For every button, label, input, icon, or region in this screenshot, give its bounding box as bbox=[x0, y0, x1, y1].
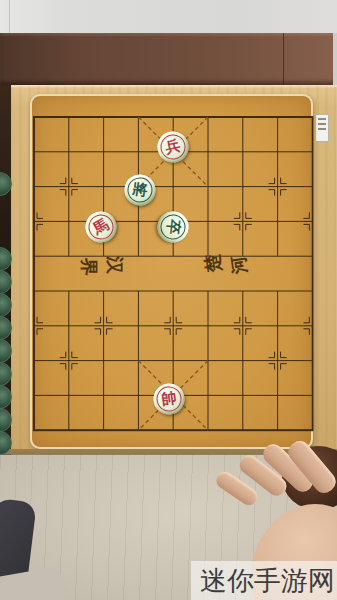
watermark: 迷你手游网 bbox=[191, 561, 337, 600]
shelf-seam bbox=[283, 33, 284, 85]
river-text-hanjie: 汉界 bbox=[79, 252, 125, 279]
board-label-sticker bbox=[315, 114, 329, 142]
river-text-chuhe: 楚河 bbox=[203, 250, 249, 277]
piece-label: 卒 bbox=[159, 214, 186, 241]
xiangqi-board[interactable]: 汉界 楚河 兵將馬卒帥 bbox=[30, 94, 313, 449]
wall-corner-seam bbox=[9, 0, 10, 33]
wall bbox=[0, 0, 337, 33]
piece-label: 帥 bbox=[155, 385, 183, 413]
piece-label: 將 bbox=[126, 175, 154, 203]
shelf-edge bbox=[0, 33, 337, 85]
screenshot-root: 汉界 楚河 兵將馬卒帥 迷你手游网 bbox=[0, 0, 337, 600]
shelf-gap bbox=[333, 33, 337, 85]
piece-label: 兵 bbox=[158, 132, 188, 162]
